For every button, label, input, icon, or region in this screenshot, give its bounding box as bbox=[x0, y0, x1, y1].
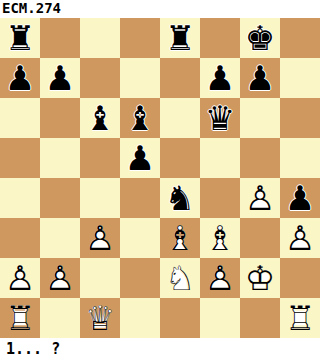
square-d7[interactable] bbox=[120, 58, 160, 98]
square-a6[interactable] bbox=[0, 98, 40, 138]
piece-glyph-fill: ♟ bbox=[200, 58, 240, 98]
square-g8[interactable]: ♚ bbox=[240, 18, 280, 58]
piece-white-king: ♚♔ bbox=[240, 258, 280, 298]
piece-black-pawn: ♟ bbox=[280, 178, 320, 218]
square-d2[interactable] bbox=[120, 258, 160, 298]
piece-glyph-outline: ♔ bbox=[240, 258, 280, 298]
piece-glyph-outline: ♙ bbox=[280, 218, 320, 258]
square-c7[interactable] bbox=[80, 58, 120, 98]
puzzle-title: ECM.274 bbox=[0, 0, 320, 18]
square-h7[interactable] bbox=[280, 58, 320, 98]
square-a3[interactable] bbox=[0, 218, 40, 258]
square-h5[interactable] bbox=[280, 138, 320, 178]
piece-glyph-outline: ♖ bbox=[0, 298, 40, 338]
piece-white-pawn: ♟♙ bbox=[200, 258, 240, 298]
square-g7[interactable]: ♟ bbox=[240, 58, 280, 98]
square-d6[interactable]: ♝ bbox=[120, 98, 160, 138]
square-b4[interactable] bbox=[40, 178, 80, 218]
piece-white-knight: ♞♘ bbox=[160, 258, 200, 298]
square-g4[interactable]: ♟♙ bbox=[240, 178, 280, 218]
square-d1[interactable] bbox=[120, 298, 160, 338]
square-f6[interactable]: ♛ bbox=[200, 98, 240, 138]
square-a5[interactable] bbox=[0, 138, 40, 178]
square-e7[interactable] bbox=[160, 58, 200, 98]
square-a1[interactable]: ♜♖ bbox=[0, 298, 40, 338]
square-h1[interactable]: ♜♖ bbox=[280, 298, 320, 338]
piece-glyph-outline: ♘ bbox=[160, 258, 200, 298]
square-f1[interactable] bbox=[200, 298, 240, 338]
square-e5[interactable] bbox=[160, 138, 200, 178]
piece-glyph-fill: ♟ bbox=[280, 178, 320, 218]
square-c5[interactable] bbox=[80, 138, 120, 178]
piece-glyph-outline: ♗ bbox=[160, 218, 200, 258]
square-e3[interactable]: ♝♗ bbox=[160, 218, 200, 258]
piece-black-pawn: ♟ bbox=[40, 58, 80, 98]
piece-white-queen: ♛♕ bbox=[80, 298, 120, 338]
square-b3[interactable] bbox=[40, 218, 80, 258]
piece-glyph-outline: ♙ bbox=[40, 258, 80, 298]
square-a8[interactable]: ♜ bbox=[0, 18, 40, 58]
piece-glyph-fill: ♝ bbox=[80, 98, 120, 138]
piece-white-pawn: ♟♙ bbox=[280, 218, 320, 258]
piece-glyph-fill: ♟ bbox=[40, 58, 80, 98]
piece-black-rook: ♜ bbox=[0, 18, 40, 58]
square-h3[interactable]: ♟♙ bbox=[280, 218, 320, 258]
piece-glyph-fill: ♞ bbox=[160, 178, 200, 218]
square-g3[interactable] bbox=[240, 218, 280, 258]
square-c3[interactable]: ♟♙ bbox=[80, 218, 120, 258]
square-b6[interactable] bbox=[40, 98, 80, 138]
square-c2[interactable] bbox=[80, 258, 120, 298]
piece-glyph-outline: ♕ bbox=[80, 298, 120, 338]
square-h6[interactable] bbox=[280, 98, 320, 138]
piece-black-knight: ♞ bbox=[160, 178, 200, 218]
chess-diagram-window: ECM.274 ♜♜♚♟♟♟♟♝♝♛♟♞♟♙♟♟♙♝♗♝♗♟♙♟♙♟♙♞♘♟♙♚… bbox=[0, 0, 320, 360]
piece-glyph-outline: ♙ bbox=[240, 178, 280, 218]
piece-glyph-outline: ♙ bbox=[80, 218, 120, 258]
square-f7[interactable]: ♟ bbox=[200, 58, 240, 98]
piece-black-queen: ♛ bbox=[200, 98, 240, 138]
square-c8[interactable] bbox=[80, 18, 120, 58]
piece-glyph-outline: ♗ bbox=[200, 218, 240, 258]
piece-black-bishop: ♝ bbox=[80, 98, 120, 138]
piece-white-pawn: ♟♙ bbox=[240, 178, 280, 218]
piece-glyph-outline: ♖ bbox=[280, 298, 320, 338]
square-g2[interactable]: ♚♔ bbox=[240, 258, 280, 298]
square-d4[interactable] bbox=[120, 178, 160, 218]
square-e8[interactable]: ♜ bbox=[160, 18, 200, 58]
piece-white-rook: ♜♖ bbox=[280, 298, 320, 338]
piece-glyph-outline: ♙ bbox=[200, 258, 240, 298]
piece-glyph-fill: ♟ bbox=[240, 58, 280, 98]
square-b5[interactable] bbox=[40, 138, 80, 178]
square-e1[interactable] bbox=[160, 298, 200, 338]
square-h4[interactable]: ♟ bbox=[280, 178, 320, 218]
square-c6[interactable]: ♝ bbox=[80, 98, 120, 138]
square-f2[interactable]: ♟♙ bbox=[200, 258, 240, 298]
square-g1[interactable] bbox=[240, 298, 280, 338]
piece-glyph-fill: ♟ bbox=[0, 58, 40, 98]
square-f3[interactable]: ♝♗ bbox=[200, 218, 240, 258]
square-d5[interactable]: ♟ bbox=[120, 138, 160, 178]
piece-glyph-fill: ♜ bbox=[0, 18, 40, 58]
chess-board: ♜♜♚♟♟♟♟♝♝♛♟♞♟♙♟♟♙♝♗♝♗♟♙♟♙♟♙♞♘♟♙♚♔♜♖♛♕♜♖ bbox=[0, 18, 320, 338]
piece-glyph-outline: ♙ bbox=[0, 258, 40, 298]
square-a4[interactable] bbox=[0, 178, 40, 218]
square-d3[interactable] bbox=[120, 218, 160, 258]
square-e4[interactable]: ♞ bbox=[160, 178, 200, 218]
piece-black-pawn: ♟ bbox=[0, 58, 40, 98]
square-h2[interactable] bbox=[280, 258, 320, 298]
piece-white-bishop: ♝♗ bbox=[160, 218, 200, 258]
square-e6[interactable] bbox=[160, 98, 200, 138]
move-prompt: 1... ? bbox=[0, 338, 320, 360]
piece-white-bishop: ♝♗ bbox=[200, 218, 240, 258]
piece-white-pawn: ♟♙ bbox=[40, 258, 80, 298]
piece-black-rook: ♜ bbox=[160, 18, 200, 58]
square-e2[interactable]: ♞♘ bbox=[160, 258, 200, 298]
square-c4[interactable] bbox=[80, 178, 120, 218]
piece-glyph-fill: ♚ bbox=[240, 18, 280, 58]
square-h8[interactable] bbox=[280, 18, 320, 58]
square-d8[interactable] bbox=[120, 18, 160, 58]
piece-glyph-fill: ♜ bbox=[160, 18, 200, 58]
square-f8[interactable] bbox=[200, 18, 240, 58]
piece-black-pawn: ♟ bbox=[200, 58, 240, 98]
square-g5[interactable] bbox=[240, 138, 280, 178]
piece-black-bishop: ♝ bbox=[120, 98, 160, 138]
square-b7[interactable]: ♟ bbox=[40, 58, 80, 98]
square-f5[interactable] bbox=[200, 138, 240, 178]
square-g6[interactable] bbox=[240, 98, 280, 138]
piece-white-pawn: ♟♙ bbox=[0, 258, 40, 298]
piece-black-pawn: ♟ bbox=[240, 58, 280, 98]
piece-glyph-fill: ♝ bbox=[120, 98, 160, 138]
piece-white-pawn: ♟♙ bbox=[80, 218, 120, 258]
square-b8[interactable] bbox=[40, 18, 80, 58]
square-b2[interactable]: ♟♙ bbox=[40, 258, 80, 298]
square-f4[interactable] bbox=[200, 178, 240, 218]
square-a2[interactable]: ♟♙ bbox=[0, 258, 40, 298]
piece-black-king: ♚ bbox=[240, 18, 280, 58]
square-b1[interactable] bbox=[40, 298, 80, 338]
piece-black-pawn: ♟ bbox=[120, 138, 160, 178]
square-c1[interactable]: ♛♕ bbox=[80, 298, 120, 338]
piece-white-rook: ♜♖ bbox=[0, 298, 40, 338]
piece-glyph-fill: ♟ bbox=[120, 138, 160, 178]
piece-glyph-fill: ♛ bbox=[200, 98, 240, 138]
square-a7[interactable]: ♟ bbox=[0, 58, 40, 98]
